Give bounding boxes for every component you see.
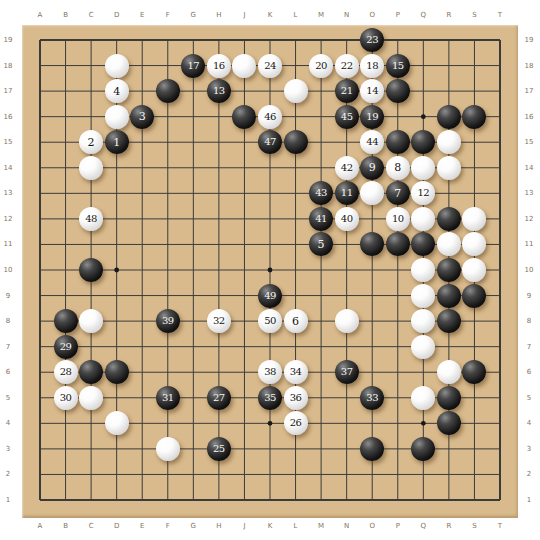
coord-label-top-B: B	[58, 10, 74, 20]
move-number: 50	[264, 316, 276, 326]
coord-label-bottom-S: S	[466, 521, 482, 531]
stone-K5[interactable]: 35	[258, 386, 282, 410]
coord-label-top-T: T	[492, 10, 508, 20]
coord-label-top-F: F	[160, 10, 176, 20]
stone-L4[interactable]: 26	[284, 411, 308, 435]
stone-H5[interactable]: 27	[207, 386, 231, 410]
coord-label-right-11: 11	[521, 239, 537, 249]
coord-label-left-12: 12	[0, 214, 16, 224]
stone-D4[interactable]	[105, 411, 129, 435]
stone-S16[interactable]	[462, 105, 486, 129]
coord-label-left-13: 13	[0, 188, 16, 198]
move-number: 37	[341, 367, 353, 377]
stone-S9[interactable]	[462, 284, 486, 308]
stone-P18[interactable]: 15	[386, 54, 410, 78]
coord-label-bottom-P: P	[390, 521, 406, 531]
move-number: 27	[213, 393, 225, 403]
go-diagram-page: 2317162420221815413211434645192147444298…	[0, 0, 540, 540]
coord-label-bottom-R: R	[441, 521, 457, 531]
move-number: 20	[315, 61, 327, 71]
coord-label-bottom-E: E	[134, 521, 150, 531]
star-point-K4	[268, 421, 273, 426]
stone-N14[interactable]: 42	[335, 156, 359, 180]
coord-label-bottom-C: C	[83, 521, 99, 531]
coord-label-left-9: 9	[0, 291, 16, 301]
stone-Q5[interactable]	[411, 386, 435, 410]
stone-N18[interactable]: 22	[335, 54, 359, 78]
stone-N12[interactable]: 40	[335, 207, 359, 231]
coord-label-left-10: 10	[0, 265, 16, 275]
stone-C10[interactable]	[79, 258, 103, 282]
coord-label-left-19: 19	[0, 35, 16, 45]
stone-F8[interactable]: 39	[156, 309, 180, 333]
coord-label-left-2: 2	[0, 469, 16, 479]
move-number: 6	[292, 316, 299, 327]
coord-label-right-18: 18	[521, 61, 537, 71]
coord-label-right-7: 7	[521, 342, 537, 352]
move-number: 4	[113, 86, 120, 97]
move-number: 14	[366, 86, 378, 96]
move-number: 19	[366, 112, 378, 122]
coord-label-left-1: 1	[0, 495, 16, 505]
coord-label-left-11: 11	[0, 239, 16, 249]
stone-G18[interactable]: 17	[181, 54, 205, 78]
move-number: 28	[60, 367, 72, 377]
stone-K9[interactable]: 49	[258, 284, 282, 308]
move-number: 3	[139, 111, 146, 122]
stone-E16[interactable]: 3	[130, 105, 154, 129]
coord-label-bottom-N: N	[339, 521, 355, 531]
stone-C5[interactable]	[79, 386, 103, 410]
stone-M18[interactable]: 20	[309, 54, 333, 78]
stone-R9[interactable]	[437, 284, 461, 308]
star-point-D10	[114, 268, 119, 273]
stone-R15[interactable]	[437, 130, 461, 154]
stone-P12[interactable]: 10	[386, 207, 410, 231]
stone-D18[interactable]	[105, 54, 129, 78]
coord-label-bottom-J: J	[236, 521, 252, 531]
move-number: 15	[392, 61, 404, 71]
move-number: 13	[213, 86, 225, 96]
coord-label-right-10: 10	[521, 265, 537, 275]
stone-O3[interactable]	[360, 437, 384, 461]
coord-label-left-6: 6	[0, 367, 16, 377]
coord-label-top-L: L	[288, 10, 304, 20]
coord-label-top-J: J	[236, 10, 252, 20]
stone-H3[interactable]: 25	[207, 437, 231, 461]
move-number: 46	[264, 112, 276, 122]
coord-label-bottom-T: T	[492, 521, 508, 531]
stone-D17[interactable]: 4	[105, 79, 129, 103]
move-number: 18	[366, 61, 378, 71]
stone-R14[interactable]	[437, 156, 461, 180]
stone-Q9[interactable]	[411, 284, 435, 308]
coord-label-top-S: S	[466, 10, 482, 20]
coord-label-right-12: 12	[521, 214, 537, 224]
coord-label-left-18: 18	[0, 61, 16, 71]
stone-C12[interactable]: 48	[79, 207, 103, 231]
move-number: 45	[341, 112, 353, 122]
stone-F5[interactable]: 31	[156, 386, 180, 410]
move-number: 5	[318, 239, 325, 250]
stone-B7[interactable]: 29	[54, 335, 78, 359]
coord-label-right-8: 8	[521, 316, 537, 326]
stone-P13[interactable]: 7	[386, 181, 410, 205]
coord-label-right-14: 14	[521, 163, 537, 173]
move-number: 42	[341, 163, 353, 173]
stone-L8[interactable]: 6	[284, 309, 308, 333]
stone-H8[interactable]: 32	[207, 309, 231, 333]
move-number: 24	[264, 61, 276, 71]
stone-L5[interactable]: 36	[284, 386, 308, 410]
coord-label-right-16: 16	[521, 112, 537, 122]
coord-label-bottom-G: G	[185, 521, 201, 531]
move-number: 39	[162, 316, 174, 326]
stone-R16[interactable]	[437, 105, 461, 129]
stone-H18[interactable]: 16	[207, 54, 231, 78]
coord-label-left-3: 3	[0, 444, 16, 454]
move-number: 16	[213, 61, 225, 71]
move-number: 23	[366, 35, 378, 45]
stone-N8[interactable]	[335, 309, 359, 333]
move-number: 8	[394, 162, 401, 173]
coord-label-left-15: 15	[0, 137, 16, 147]
stone-O18[interactable]: 18	[360, 54, 384, 78]
coord-label-bottom-F: F	[160, 521, 176, 531]
stone-N13[interactable]: 11	[335, 181, 359, 205]
move-number: 33	[366, 393, 378, 403]
move-number: 25	[213, 444, 225, 454]
stone-O14[interactable]: 9	[360, 156, 384, 180]
coord-label-top-A: A	[32, 10, 48, 20]
coord-label-right-19: 19	[521, 35, 537, 45]
move-number: 41	[315, 214, 327, 224]
coord-label-bottom-Q: Q	[415, 521, 431, 531]
coord-label-right-1: 1	[521, 495, 537, 505]
move-number: 11	[341, 188, 353, 198]
coord-label-bottom-A: A	[32, 521, 48, 531]
coord-label-bottom-B: B	[58, 521, 74, 531]
coord-label-bottom-L: L	[288, 521, 304, 531]
stone-P15[interactable]	[386, 130, 410, 154]
coord-label-right-5: 5	[521, 393, 537, 403]
stone-K18[interactable]: 24	[258, 54, 282, 78]
move-number: 30	[60, 393, 72, 403]
stone-J18[interactable]	[232, 54, 256, 78]
move-number: 1	[113, 137, 120, 148]
coord-label-top-O: O	[364, 10, 380, 20]
stone-P17[interactable]	[386, 79, 410, 103]
coord-label-left-7: 7	[0, 342, 16, 352]
move-number: 10	[392, 214, 404, 224]
stone-R8[interactable]	[437, 309, 461, 333]
stone-Q14[interactable]	[411, 156, 435, 180]
stone-D6[interactable]	[105, 360, 129, 384]
coord-label-top-R: R	[441, 10, 457, 20]
coord-label-left-14: 14	[0, 163, 16, 173]
coord-label-left-16: 16	[0, 112, 16, 122]
coord-label-top-K: K	[262, 10, 278, 20]
stone-M12[interactable]: 41	[309, 207, 333, 231]
coord-label-top-C: C	[83, 10, 99, 20]
coord-label-bottom-K: K	[262, 521, 278, 531]
coord-label-right-15: 15	[521, 137, 537, 147]
stone-N16[interactable]: 45	[335, 105, 359, 129]
stone-B6[interactable]: 28	[54, 360, 78, 384]
stone-C14[interactable]	[79, 156, 103, 180]
stone-L6[interactable]: 34	[284, 360, 308, 384]
coord-label-top-G: G	[185, 10, 201, 20]
move-number: 32	[213, 316, 225, 326]
star-point-Q4	[421, 421, 426, 426]
stone-R12[interactable]	[437, 207, 461, 231]
move-number: 21	[341, 86, 353, 96]
coord-label-bottom-D: D	[109, 521, 125, 531]
coord-label-right-9: 9	[521, 291, 537, 301]
stone-L15[interactable]	[284, 130, 308, 154]
coord-label-left-17: 17	[0, 86, 16, 96]
move-number: 38	[264, 367, 276, 377]
stone-B5[interactable]: 30	[54, 386, 78, 410]
stone-O5[interactable]: 33	[360, 386, 384, 410]
go-board[interactable]: 2317162420221815413211434645192147444298…	[22, 25, 518, 518]
coord-label-right-4: 4	[521, 418, 537, 428]
coord-label-right-17: 17	[521, 86, 537, 96]
coord-label-bottom-O: O	[364, 521, 380, 531]
stone-R10[interactable]	[437, 258, 461, 282]
coord-label-left-8: 8	[0, 316, 16, 326]
coord-label-top-Q: Q	[415, 10, 431, 20]
stone-B8[interactable]	[54, 309, 78, 333]
move-number: 9	[369, 162, 376, 173]
move-number: 44	[366, 137, 378, 147]
move-number: 43	[315, 188, 327, 198]
move-number: 40	[341, 214, 353, 224]
move-number: 17	[187, 61, 199, 71]
move-number: 7	[394, 188, 401, 199]
stone-K16[interactable]: 46	[258, 105, 282, 129]
stone-F3[interactable]	[156, 437, 180, 461]
stone-N17[interactable]: 21	[335, 79, 359, 103]
coord-label-right-2: 2	[521, 469, 537, 479]
stone-L17[interactable]	[284, 79, 308, 103]
coord-label-top-M: M	[313, 10, 329, 20]
coord-label-top-D: D	[109, 10, 125, 20]
coord-label-right-6: 6	[521, 367, 537, 377]
move-number: 12	[417, 188, 429, 198]
coord-label-top-N: N	[339, 10, 355, 20]
stone-D15[interactable]: 1	[105, 130, 129, 154]
stone-N6[interactable]: 37	[335, 360, 359, 384]
move-number: 36	[290, 393, 302, 403]
stone-R6[interactable]	[437, 360, 461, 384]
coord-label-left-5: 5	[0, 393, 16, 403]
stone-P14[interactable]: 8	[386, 156, 410, 180]
move-number: 34	[290, 367, 302, 377]
move-number: 29	[60, 342, 72, 352]
coord-label-top-E: E	[134, 10, 150, 20]
move-number: 49	[264, 291, 276, 301]
move-number: 31	[162, 393, 174, 403]
stone-J16[interactable]	[232, 105, 256, 129]
coord-label-bottom-H: H	[211, 521, 227, 531]
coord-label-top-H: H	[211, 10, 227, 20]
coord-label-bottom-M: M	[313, 521, 329, 531]
move-number: 47	[264, 137, 276, 147]
coord-label-right-3: 3	[521, 444, 537, 454]
move-number: 22	[341, 61, 353, 71]
stone-R5[interactable]	[437, 386, 461, 410]
stone-D16[interactable]	[105, 105, 129, 129]
move-number: 48	[85, 214, 97, 224]
star-point-K10	[268, 268, 273, 273]
stone-F17[interactable]	[156, 79, 180, 103]
star-point-Q16	[421, 114, 426, 119]
stone-O16[interactable]: 19	[360, 105, 384, 129]
move-number: 2	[88, 137, 95, 148]
coord-label-right-13: 13	[521, 188, 537, 198]
move-number: 35	[264, 393, 276, 403]
stone-H17[interactable]: 13	[207, 79, 231, 103]
move-number: 26	[290, 418, 302, 428]
stone-K8[interactable]: 50	[258, 309, 282, 333]
stone-Q7[interactable]	[411, 335, 435, 359]
coord-label-top-P: P	[390, 10, 406, 20]
coord-label-left-4: 4	[0, 418, 16, 428]
